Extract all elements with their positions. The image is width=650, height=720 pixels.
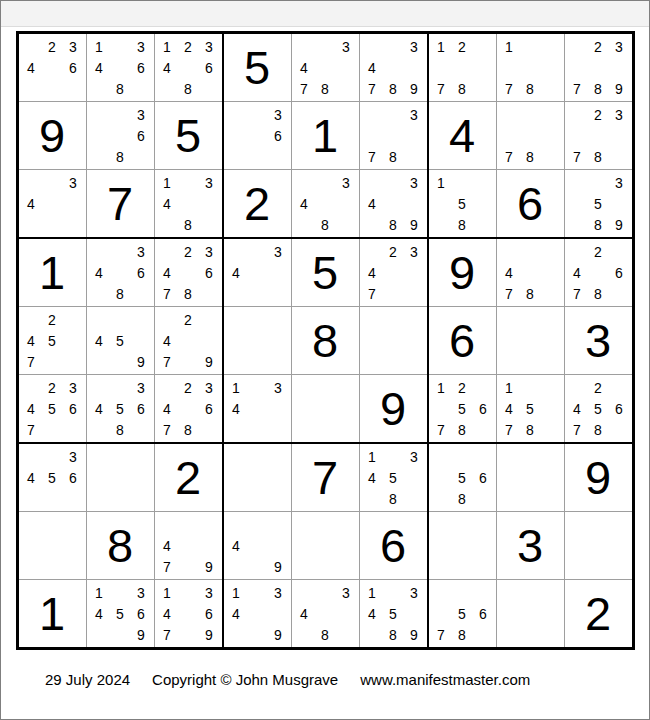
- cell-r6c6[interactable]: 9: [360, 375, 427, 442]
- cell-r8c6[interactable]: 6: [360, 512, 427, 579]
- cell-r7c2[interactable]: [87, 444, 154, 511]
- candidate-digit: 4: [294, 603, 315, 624]
- box-2: 534783478936137823483489: [224, 34, 427, 237]
- candidate-digit: 3: [336, 172, 357, 193]
- pencil-marks: 78: [499, 104, 562, 167]
- pencil-marks: 49: [226, 514, 289, 577]
- cell-r2c4[interactable]: 36: [224, 102, 291, 169]
- candidate-digit: 8: [383, 488, 404, 509]
- cell-r1c7[interactable]: 1278: [429, 34, 496, 101]
- box-3: 127817823789478237815863589: [429, 34, 632, 237]
- candidate-digit: 8: [110, 283, 131, 304]
- cell-r4c7[interactable]: 9: [429, 239, 496, 306]
- pencil-marks: 234678: [157, 377, 220, 440]
- pencil-marks: 245678: [567, 377, 630, 440]
- pencil-marks: 24678: [567, 241, 630, 304]
- cell-r3c6[interactable]: 3489: [360, 170, 427, 237]
- candidate-digit: 3: [199, 241, 220, 262]
- cell-r8c1[interactable]: [19, 512, 86, 579]
- candidate-digit: 6: [268, 125, 289, 146]
- cell-r6c5[interactable]: [292, 375, 359, 442]
- candidate-digit: 4: [157, 193, 178, 214]
- candidate-digit: 4: [157, 603, 178, 624]
- candidate-digit: 2: [178, 309, 199, 330]
- cell-r8c9[interactable]: [565, 512, 632, 579]
- candidate-digit: 3: [199, 377, 220, 398]
- candidate-digit: 4: [89, 57, 110, 78]
- candidate-digit: 6: [131, 57, 152, 78]
- cell-r2c6[interactable]: 378: [360, 102, 427, 169]
- candidate-digit: 3: [131, 104, 152, 125]
- cell-r5c4[interactable]: [224, 307, 291, 374]
- candidate-digit: 4: [89, 398, 110, 419]
- box-8: 7134584961349348134589: [224, 444, 427, 647]
- pencil-marks: 14578: [499, 377, 562, 440]
- candidate-digit: 3: [404, 104, 425, 125]
- candidate-digit: 4: [499, 262, 520, 283]
- candidate-digit: 5: [588, 398, 609, 419]
- candidate-digit: 6: [63, 398, 84, 419]
- page: 2346134681234689368534713485347834789361…: [0, 0, 650, 720]
- candidate-digit: 7: [431, 419, 452, 440]
- pencil-marks: 2457: [21, 309, 84, 372]
- candidate-digit: 6: [131, 398, 152, 419]
- candidate-digit: 8: [452, 78, 473, 99]
- candidate-digit: 4: [294, 193, 315, 214]
- candidate-digit: 7: [567, 78, 588, 99]
- candidate-digit: 8: [520, 419, 541, 440]
- candidate-digit: 8: [520, 78, 541, 99]
- candidate-digit: 3: [609, 36, 630, 57]
- cell-r7c5[interactable]: 7: [292, 444, 359, 511]
- candidate-digit: 7: [21, 419, 42, 440]
- cell-r8c4[interactable]: 49: [224, 512, 291, 579]
- pencil-marks: 3468: [89, 241, 152, 304]
- candidate-digit: 4: [226, 535, 247, 556]
- candidate-digit: 9: [268, 624, 289, 645]
- candidate-digit: 2: [178, 377, 199, 398]
- candidate-digit: 1: [89, 36, 110, 57]
- candidate-digit: 8: [110, 78, 131, 99]
- candidate-digit: 3: [131, 241, 152, 262]
- cell-r7c9[interactable]: 9: [565, 444, 632, 511]
- candidate-digit: 3: [63, 172, 84, 193]
- cell-r6c2[interactable]: 34568: [87, 375, 154, 442]
- candidate-digit: 8: [383, 146, 404, 167]
- cell-r6c3[interactable]: 234678: [155, 375, 222, 442]
- cell-r7c4[interactable]: [224, 444, 291, 511]
- pencil-marks: 34: [21, 172, 84, 235]
- cell-r6c4[interactable]: 134: [224, 375, 291, 442]
- pencil-marks: [567, 514, 630, 577]
- candidate-digit: 5: [383, 603, 404, 624]
- cell-r1c9[interactable]: 23789: [565, 34, 632, 101]
- candidate-digit: 8: [315, 624, 336, 645]
- cell-r6c7[interactable]: 125678: [429, 375, 496, 442]
- solved-digit: 9: [380, 385, 406, 432]
- solved-digit: 7: [107, 180, 133, 227]
- pencil-marks: 5678: [431, 582, 494, 645]
- cell-r4c1[interactable]: 1: [19, 239, 86, 306]
- candidate-digit: 8: [452, 488, 473, 509]
- cell-r5c6[interactable]: [360, 307, 427, 374]
- solved-digit: 9: [449, 249, 475, 296]
- cell-r3c2[interactable]: 7: [87, 170, 154, 237]
- candidate-digit: 1: [157, 172, 178, 193]
- box-1: 234613468123468936853471348: [19, 34, 222, 237]
- pencil-marks: 178: [499, 36, 562, 99]
- candidate-digit: 4: [157, 330, 178, 351]
- candidate-digit: 6: [473, 603, 494, 624]
- solved-digit: 1: [39, 249, 65, 296]
- pencil-marks: [226, 309, 289, 372]
- candidate-digit: 4: [21, 57, 42, 78]
- candidate-digit: 5: [588, 193, 609, 214]
- cell-r2c7[interactable]: 4: [429, 102, 496, 169]
- candidate-digit: 7: [157, 283, 178, 304]
- candidate-digit: 4: [21, 467, 42, 488]
- candidate-digit: 3: [404, 241, 425, 262]
- candidate-digit: 7: [21, 351, 42, 372]
- cell-r8c3[interactable]: 479: [155, 512, 222, 579]
- candidate-digit: 7: [567, 419, 588, 440]
- box-7: 3456284791134569134679: [19, 444, 222, 647]
- solved-digit: 3: [517, 522, 543, 569]
- cell-r9c6[interactable]: 134589: [360, 580, 427, 647]
- candidate-digit: 4: [362, 57, 383, 78]
- pencil-marks: [499, 309, 562, 372]
- candidate-digit: 7: [567, 283, 588, 304]
- pencil-marks: [21, 514, 84, 577]
- pencil-marks: 34: [226, 241, 289, 304]
- cell-r1c3[interactable]: 123468: [155, 34, 222, 101]
- pencil-marks: 1278: [431, 36, 494, 99]
- candidate-digit: 8: [178, 283, 199, 304]
- pencil-marks: 234567: [21, 377, 84, 440]
- candidate-digit: 7: [499, 419, 520, 440]
- cell-r4c6[interactable]: 2347: [360, 239, 427, 306]
- candidate-digit: 3: [63, 446, 84, 467]
- candidate-digit: 6: [473, 467, 494, 488]
- candidate-digit: 8: [178, 78, 199, 99]
- cell-r8c7[interactable]: [429, 512, 496, 579]
- candidate-digit: 4: [226, 603, 247, 624]
- candidate-digit: 4: [157, 57, 178, 78]
- pencil-marks: 23789: [567, 36, 630, 99]
- pencil-marks: [294, 514, 357, 577]
- cell-r7c1[interactable]: 3456: [19, 444, 86, 511]
- pencil-marks: 234678: [157, 241, 220, 304]
- solved-digit: 4: [449, 112, 475, 159]
- box-6: 9478246786312567814578245678: [429, 239, 632, 442]
- candidate-digit: 3: [404, 36, 425, 57]
- cell-r1c8[interactable]: 178: [497, 34, 564, 101]
- cell-r5c9[interactable]: 3: [565, 307, 632, 374]
- candidate-digit: 5: [42, 467, 63, 488]
- candidate-digit: 3: [404, 446, 425, 467]
- cell-r7c3[interactable]: 2: [155, 444, 222, 511]
- cell-r1c1[interactable]: 2346: [19, 34, 86, 101]
- candidate-digit: 2: [588, 241, 609, 262]
- cell-r3c4[interactable]: 2: [224, 170, 291, 237]
- cell-r1c6[interactable]: 34789: [360, 34, 427, 101]
- cell-r1c2[interactable]: 13468: [87, 34, 154, 101]
- cell-r2c3[interactable]: 5: [155, 102, 222, 169]
- candidate-digit: 3: [404, 582, 425, 603]
- candidate-digit: 1: [431, 377, 452, 398]
- candidate-digit: 3: [63, 377, 84, 398]
- box-4: 134682346782457459247923456734568234678: [19, 239, 222, 442]
- candidate-digit: 5: [110, 330, 131, 351]
- cell-r7c8[interactable]: [497, 444, 564, 511]
- candidate-digit: 9: [131, 624, 152, 645]
- footer-website: www.manifestmaster.com: [360, 671, 530, 688]
- cell-r1c4[interactable]: 5: [224, 34, 291, 101]
- candidate-digit: 4: [21, 193, 42, 214]
- footer-copyright: Copyright © John Musgrave: [152, 671, 338, 688]
- candidate-digit: 9: [131, 351, 152, 372]
- solved-digit: 5: [175, 112, 201, 159]
- candidate-digit: 7: [362, 146, 383, 167]
- candidate-digit: 5: [383, 467, 404, 488]
- candidate-digit: 8: [452, 624, 473, 645]
- pencil-marks: [294, 377, 357, 440]
- candidate-digit: 4: [226, 398, 247, 419]
- candidate-digit: 8: [178, 214, 199, 235]
- candidate-digit: 5: [452, 398, 473, 419]
- pencil-marks: 479: [157, 514, 220, 577]
- cell-r5c1[interactable]: 2457: [19, 307, 86, 374]
- cell-r7c6[interactable]: 13458: [360, 444, 427, 511]
- cell-r8c8[interactable]: 3: [497, 512, 564, 579]
- pencil-marks: [431, 514, 494, 577]
- candidate-digit: 2: [178, 36, 199, 57]
- candidate-digit: 8: [588, 146, 609, 167]
- candidate-digit: 1: [499, 36, 520, 57]
- pencil-marks: 13468: [89, 36, 152, 99]
- pencil-marks: 2347: [362, 241, 425, 304]
- solved-digit: 5: [244, 44, 270, 91]
- candidate-digit: 5: [452, 603, 473, 624]
- pencil-marks: 2479: [157, 309, 220, 372]
- candidate-digit: 2: [178, 241, 199, 262]
- solved-digit: 2: [175, 454, 201, 501]
- candidate-digit: 4: [362, 262, 383, 283]
- candidate-digit: 8: [588, 78, 609, 99]
- candidate-digit: 3: [131, 36, 152, 57]
- cell-r6c8[interactable]: 14578: [497, 375, 564, 442]
- candidate-digit: 6: [199, 57, 220, 78]
- solved-digit: 5: [312, 249, 338, 296]
- candidate-digit: 3: [336, 36, 357, 57]
- cell-r5c3[interactable]: 2479: [155, 307, 222, 374]
- pencil-marks: [226, 446, 289, 509]
- pencil-marks: [499, 582, 562, 645]
- candidate-digit: 1: [89, 582, 110, 603]
- cell-r2c9[interactable]: 2378: [565, 102, 632, 169]
- cell-r3c8[interactable]: 6: [497, 170, 564, 237]
- pencil-marks: 3456: [21, 446, 84, 509]
- candidate-digit: 4: [499, 398, 520, 419]
- cell-r4c2[interactable]: 3468: [87, 239, 154, 306]
- pencil-marks: 34789: [362, 36, 425, 99]
- candidate-digit: 6: [131, 262, 152, 283]
- solved-digit: 6: [517, 180, 543, 227]
- candidate-digit: 7: [294, 78, 315, 99]
- cell-r6c9[interactable]: 245678: [565, 375, 632, 442]
- candidate-digit: 7: [362, 283, 383, 304]
- cell-r3c3[interactable]: 1348: [155, 170, 222, 237]
- candidate-digit: 4: [567, 398, 588, 419]
- candidate-digit: 4: [157, 262, 178, 283]
- candidate-digit: 6: [609, 262, 630, 283]
- cell-r4c3[interactable]: 234678: [155, 239, 222, 306]
- candidate-digit: 8: [520, 283, 541, 304]
- cell-r8c5[interactable]: [292, 512, 359, 579]
- pencil-marks: 2378: [567, 104, 630, 167]
- candidate-digit: 9: [404, 624, 425, 645]
- candidate-digit: 2: [42, 309, 63, 330]
- candidate-digit: 9: [404, 78, 425, 99]
- candidate-digit: 8: [588, 283, 609, 304]
- footer-date: 29 July 2024: [45, 671, 130, 688]
- cell-r4c8[interactable]: 478: [497, 239, 564, 306]
- pencil-marks: 125678: [431, 377, 494, 440]
- cell-r9c8[interactable]: [497, 580, 564, 647]
- candidate-digit: 7: [157, 351, 178, 372]
- box-9: 5689356782: [429, 444, 632, 647]
- pencil-marks: 478: [499, 241, 562, 304]
- candidate-digit: 1: [157, 582, 178, 603]
- cell-r4c9[interactable]: 24678: [565, 239, 632, 306]
- cell-r3c9[interactable]: 3589: [565, 170, 632, 237]
- candidate-digit: 5: [452, 193, 473, 214]
- candidate-digit: 6: [199, 603, 220, 624]
- candidate-digit: 9: [199, 556, 220, 577]
- cell-r9c9[interactable]: 2: [565, 580, 632, 647]
- candidate-digit: 3: [63, 36, 84, 57]
- candidate-digit: 2: [452, 36, 473, 57]
- cell-r3c1[interactable]: 34: [19, 170, 86, 237]
- cell-r4c4[interactable]: 34: [224, 239, 291, 306]
- candidate-digit: 4: [21, 398, 42, 419]
- pencil-marks: 36: [226, 104, 289, 167]
- candidate-digit: 4: [362, 603, 383, 624]
- pencil-marks: 134569: [89, 582, 152, 645]
- candidate-digit: 9: [199, 351, 220, 372]
- pencil-marks: [89, 446, 152, 509]
- candidate-digit: 5: [110, 603, 131, 624]
- candidate-digit: 9: [609, 214, 630, 235]
- pencil-marks: 1349: [226, 582, 289, 645]
- candidate-digit: 8: [315, 214, 336, 235]
- candidate-digit: 2: [452, 377, 473, 398]
- pencil-marks: 348: [294, 172, 357, 235]
- cell-r9c3[interactable]: 134679: [155, 580, 222, 647]
- solved-digit: 8: [312, 317, 338, 364]
- cell-r9c5[interactable]: 348: [292, 580, 359, 647]
- candidate-digit: 6: [131, 125, 152, 146]
- candidate-digit: 5: [42, 398, 63, 419]
- candidate-digit: 3: [609, 104, 630, 125]
- candidate-digit: 7: [362, 78, 383, 99]
- candidate-digit: 8: [383, 214, 404, 235]
- candidate-digit: 3: [131, 377, 152, 398]
- cell-r9c1[interactable]: 1: [19, 580, 86, 647]
- candidate-digit: 2: [42, 36, 63, 57]
- candidate-digit: 8: [383, 624, 404, 645]
- cell-r5c7[interactable]: 6: [429, 307, 496, 374]
- candidate-digit: 4: [157, 535, 178, 556]
- candidate-digit: 2: [588, 377, 609, 398]
- candidate-digit: 7: [157, 556, 178, 577]
- candidate-digit: 3: [199, 36, 220, 57]
- pencil-marks: 34568: [89, 377, 152, 440]
- cell-r5c2[interactable]: 459: [87, 307, 154, 374]
- cell-r8c2[interactable]: 8: [87, 512, 154, 579]
- cell-r9c2[interactable]: 134569: [87, 580, 154, 647]
- cell-r2c1[interactable]: 9: [19, 102, 86, 169]
- candidate-digit: 3: [336, 582, 357, 603]
- candidate-digit: 4: [567, 262, 588, 283]
- sudoku-board: 2346134681234689368534713485347834789361…: [16, 31, 635, 650]
- candidate-digit: 4: [362, 467, 383, 488]
- cell-r7c7[interactable]: 568: [429, 444, 496, 511]
- pencil-marks: [362, 309, 425, 372]
- cell-r2c2[interactable]: 368: [87, 102, 154, 169]
- solved-digit: 1: [312, 112, 338, 159]
- candidate-digit: 2: [588, 36, 609, 57]
- candidate-digit: 6: [473, 398, 494, 419]
- solved-digit: 2: [585, 590, 611, 637]
- cell-r6c1[interactable]: 234567: [19, 375, 86, 442]
- cell-r3c7[interactable]: 158: [429, 170, 496, 237]
- cell-r9c7[interactable]: 5678: [429, 580, 496, 647]
- pencil-marks: 568: [431, 446, 494, 509]
- cell-r3c5[interactable]: 348: [292, 170, 359, 237]
- solved-digit: 6: [380, 522, 406, 569]
- candidate-digit: 4: [89, 262, 110, 283]
- pencil-marks: 3589: [567, 172, 630, 235]
- cell-r4c5[interactable]: 5: [292, 239, 359, 306]
- cell-r2c8[interactable]: 78: [497, 102, 564, 169]
- candidate-digit: 3: [199, 172, 220, 193]
- candidate-digit: 5: [42, 330, 63, 351]
- cell-r5c5[interactable]: 8: [292, 307, 359, 374]
- pencil-marks: 123468: [157, 36, 220, 99]
- candidate-digit: 4: [21, 330, 42, 351]
- solved-digit: 7: [312, 454, 338, 501]
- candidate-digit: 3: [268, 241, 289, 262]
- cell-r5c8[interactable]: [497, 307, 564, 374]
- candidate-digit: 3: [131, 582, 152, 603]
- pencil-marks: 3478: [294, 36, 357, 99]
- candidate-digit: 9: [268, 556, 289, 577]
- cell-r9c4[interactable]: 1349: [224, 580, 291, 647]
- cell-r2c5[interactable]: 1: [292, 102, 359, 169]
- candidate-digit: 4: [294, 57, 315, 78]
- candidate-digit: 7: [157, 419, 178, 440]
- candidate-digit: 5: [520, 398, 541, 419]
- candidate-digit: 1: [499, 377, 520, 398]
- pencil-marks: 13458: [362, 446, 425, 509]
- candidate-digit: 9: [609, 78, 630, 99]
- candidate-digit: 4: [362, 193, 383, 214]
- candidate-digit: 2: [588, 104, 609, 125]
- cell-r1c5[interactable]: 3478: [292, 34, 359, 101]
- candidate-digit: 8: [588, 419, 609, 440]
- candidate-digit: 3: [404, 172, 425, 193]
